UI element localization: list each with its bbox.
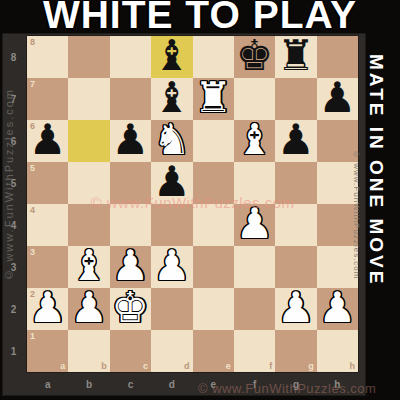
- square-g2[interactable]: ♟: [275, 288, 316, 330]
- piece-black-pawn[interactable]: ♟: [277, 119, 315, 161]
- watermark-center: © www.FunWithPuzzles.com: [27, 194, 358, 211]
- square-file-label: g: [308, 361, 314, 371]
- square-file-label: c: [143, 361, 148, 371]
- square-file-label: d: [184, 361, 190, 371]
- square-f7[interactable]: [234, 78, 275, 120]
- piece-white-pawn[interactable]: ♟: [318, 287, 356, 329]
- square-e1[interactable]: e: [193, 330, 234, 372]
- square-b6[interactable]: [68, 120, 109, 162]
- piece-black-rook[interactable]: ♜: [277, 35, 315, 77]
- piece-black-bishop[interactable]: ♝: [153, 77, 191, 119]
- outer-file-label: b: [68, 374, 109, 394]
- square-a8[interactable]: 8: [27, 36, 68, 78]
- title-banner: WHITE TO PLAY: [0, 0, 400, 37]
- watermark-right: © www.FunWithPuzzles.com: [352, 150, 361, 279]
- square-e2[interactable]: [193, 288, 234, 330]
- square-d8[interactable]: ♝: [151, 36, 192, 78]
- piece-white-pawn[interactable]: ♟: [112, 245, 150, 287]
- square-a1[interactable]: 1a: [27, 330, 68, 372]
- square-b2[interactable]: ♟: [68, 288, 109, 330]
- outer-rank-label: 8: [2, 36, 25, 78]
- square-b3[interactable]: ♝: [68, 246, 109, 288]
- square-e8[interactable]: [193, 36, 234, 78]
- outer-rank-label: 2: [2, 288, 25, 330]
- square-e3[interactable]: [193, 246, 234, 288]
- piece-white-king[interactable]: ♚: [112, 287, 150, 329]
- square-f3[interactable]: [234, 246, 275, 288]
- square-c7[interactable]: [110, 78, 151, 120]
- piece-black-pawn[interactable]: ♟: [318, 77, 356, 119]
- square-c2[interactable]: ♚: [110, 288, 151, 330]
- square-e7[interactable]: ♜: [193, 78, 234, 120]
- square-a2[interactable]: 2♟: [27, 288, 68, 330]
- square-rank-label: 5: [30, 163, 35, 173]
- square-d7[interactable]: ♝: [151, 78, 192, 120]
- square-a7[interactable]: 7: [27, 78, 68, 120]
- square-h7[interactable]: ♟: [317, 78, 358, 120]
- square-a3[interactable]: 3: [27, 246, 68, 288]
- piece-white-pawn[interactable]: ♟: [153, 245, 191, 287]
- square-c3[interactable]: ♟: [110, 246, 151, 288]
- outer-file-label: a: [27, 374, 68, 394]
- square-c8[interactable]: [110, 36, 151, 78]
- square-g3[interactable]: [275, 246, 316, 288]
- piece-white-rook[interactable]: ♜: [194, 77, 232, 119]
- square-a6[interactable]: 6♟: [27, 120, 68, 162]
- square-d6[interactable]: ♞: [151, 120, 192, 162]
- square-file-label: h: [350, 361, 356, 371]
- square-h8[interactable]: [317, 36, 358, 78]
- outer-file-label: c: [110, 374, 151, 394]
- piece-white-pawn[interactable]: ♟: [70, 287, 108, 329]
- piece-white-pawn[interactable]: ♟: [29, 287, 67, 329]
- square-rank-label: 8: [30, 37, 35, 47]
- piece-black-pawn[interactable]: ♟: [29, 119, 67, 161]
- watermark-left: © www.FunWithPuzzles.com: [3, 88, 15, 281]
- square-b1[interactable]: b: [68, 330, 109, 372]
- piece-black-pawn[interactable]: ♟: [112, 119, 150, 161]
- square-c6[interactable]: ♟: [110, 120, 151, 162]
- square-g7[interactable]: [275, 78, 316, 120]
- piece-white-knight[interactable]: ♞: [153, 119, 191, 161]
- square-g8[interactable]: ♜: [275, 36, 316, 78]
- square-d3[interactable]: ♟: [151, 246, 192, 288]
- piece-white-bishop[interactable]: ♝: [236, 119, 274, 161]
- square-f8[interactable]: ♚: [234, 36, 275, 78]
- square-d1[interactable]: d: [151, 330, 192, 372]
- square-b8[interactable]: [68, 36, 109, 78]
- square-f2[interactable]: [234, 288, 275, 330]
- square-c1[interactable]: c: [110, 330, 151, 372]
- square-g1[interactable]: g: [275, 330, 316, 372]
- piece-white-pawn[interactable]: ♟: [277, 287, 315, 329]
- square-b7[interactable]: [68, 78, 109, 120]
- piece-white-bishop[interactable]: ♝: [70, 245, 108, 287]
- square-h1[interactable]: h: [317, 330, 358, 372]
- square-f6[interactable]: ♝: [234, 120, 275, 162]
- outer-file-label: d: [151, 374, 192, 394]
- puzzle-goal-banner: MATE IN ONE MOVE: [365, 54, 387, 286]
- piece-black-king[interactable]: ♚: [236, 35, 274, 77]
- square-rank-label: 1: [30, 331, 35, 341]
- square-file-label: e: [226, 361, 231, 371]
- square-rank-label: 7: [30, 79, 35, 89]
- square-rank-label: 3: [30, 247, 35, 257]
- square-e6[interactable]: [193, 120, 234, 162]
- square-file-label: b: [101, 361, 107, 371]
- square-file-label: f: [269, 361, 272, 371]
- square-h2[interactable]: ♟: [317, 288, 358, 330]
- watermark-bottom: © www.FunWithPuzzles.com: [198, 381, 376, 396]
- outer-rank-label: 1: [2, 330, 25, 372]
- square-f1[interactable]: f: [234, 330, 275, 372]
- piece-black-bishop[interactable]: ♝: [153, 35, 191, 77]
- square-file-label: a: [60, 361, 65, 371]
- square-d2[interactable]: [151, 288, 192, 330]
- square-g6[interactable]: ♟: [275, 120, 316, 162]
